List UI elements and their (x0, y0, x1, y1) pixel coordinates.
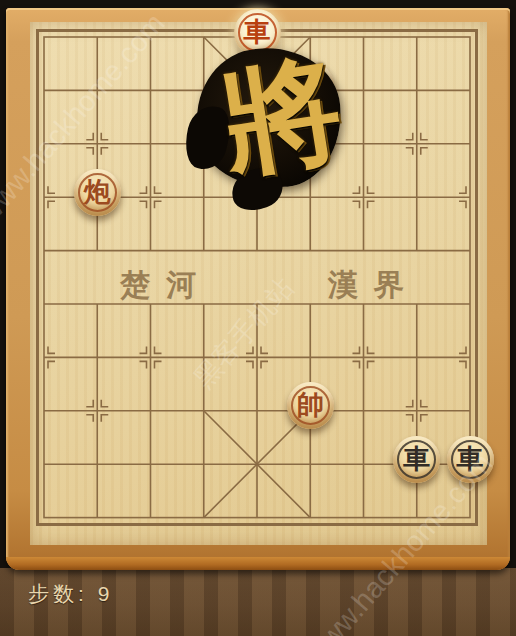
piece-character: 車 (393, 436, 440, 483)
river-label-chu: 楚河 (120, 265, 212, 305)
letterbox-right (510, 0, 516, 570)
check-stamp-character: 將 (196, 32, 368, 204)
river-label-han: 漢界 (328, 265, 420, 305)
black-chariot-piece[interactable]: 車 (393, 436, 440, 483)
letterbox-top (0, 0, 516, 8)
piece-character: 車 (447, 436, 494, 483)
piece-character: 炮 (74, 169, 121, 216)
red-cannon-piece[interactable]: 炮 (74, 169, 121, 216)
black-chariot-piece[interactable]: 車 (447, 436, 494, 483)
xiangqi-app-screen: 步数: 9 楚河 漢界 車將炮炮帥車車 將 (0, 0, 516, 636)
piece-character: 帥 (287, 382, 334, 429)
red-general-piece[interactable]: 帥 (287, 382, 334, 429)
check-stamp: 將 (191, 42, 347, 194)
steps-counter: 步数: 9 (28, 580, 113, 608)
status-bar: 步数: 9 (0, 568, 516, 636)
